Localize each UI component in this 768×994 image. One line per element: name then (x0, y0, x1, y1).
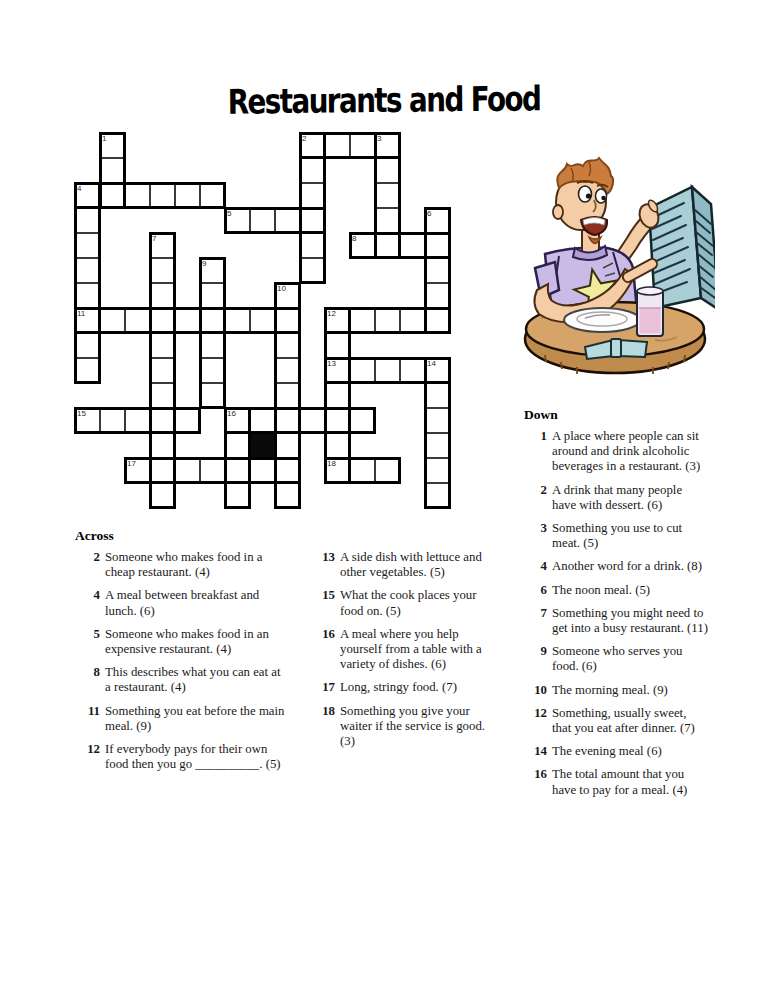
clue-number: 2 (522, 483, 552, 513)
cell-r7c7[interactable] (250, 308, 275, 333)
cell-r6c8[interactable] (275, 283, 300, 308)
cell-r9c14[interactable] (425, 358, 450, 383)
cell-r9c12[interactable] (375, 358, 400, 383)
clue-number: 12 (75, 742, 105, 772)
cell-r10c14[interactable] (425, 383, 450, 408)
cell-r12c10[interactable] (325, 433, 350, 458)
across-clue-2: 2Someone who makes food in acheap restau… (75, 550, 311, 580)
clue-text: A drink that many peoplehave with desser… (552, 483, 682, 513)
cell-r3c0[interactable] (75, 208, 100, 233)
clue-text: Something you give yourwaiter if the ser… (340, 704, 485, 750)
cell-r8c8[interactable] (275, 333, 300, 358)
cell-r14c3[interactable] (150, 483, 175, 508)
cell-r6c0[interactable] (75, 283, 100, 308)
clue-text: The total amount that youhave to pay for… (552, 767, 687, 797)
cell-r7c10[interactable] (325, 308, 350, 333)
clue-number: 10 (522, 683, 552, 698)
cell-r14c6[interactable] (225, 483, 250, 508)
cell-r7c14[interactable] (425, 308, 450, 333)
down-clue-9: 9Someone who serves youfood. (6) (522, 644, 736, 674)
clue-text: A meal where you helpyourself from a tab… (340, 627, 482, 673)
cell-r8c5[interactable] (200, 333, 225, 358)
clue-text: Someone who makes food in acheap restaur… (105, 550, 262, 580)
cell-r13c8[interactable] (275, 458, 300, 483)
cell-r12c3[interactable] (150, 433, 175, 458)
cell-r10c10[interactable] (325, 383, 350, 408)
clue-number: 15 (308, 588, 340, 618)
cell-r7c2[interactable] (125, 308, 150, 333)
cell-r10c3[interactable] (150, 383, 175, 408)
clue-number: 17 (308, 680, 340, 695)
clue-number: 13 (308, 550, 340, 580)
clue-number: 9 (522, 644, 552, 674)
cell-r11c10[interactable] (325, 408, 350, 433)
clue-text: Something you use to cutmeat. (5) (552, 521, 682, 551)
clue-text: This describes what you can eat ata rest… (105, 665, 281, 695)
cell-r6c3[interactable] (150, 283, 175, 308)
cell-r9c8[interactable] (275, 358, 300, 383)
across-clue-17: 17Long, stringy food. (7) (308, 680, 510, 695)
cell-r4c0[interactable] (75, 233, 100, 258)
cell-r5c5[interactable] (200, 258, 225, 283)
cell-r11c3[interactable] (150, 408, 175, 433)
cell-r10c5[interactable] (200, 383, 225, 408)
cell-r7c13[interactable] (400, 308, 425, 333)
cell-r11c6[interactable] (225, 408, 250, 433)
down-clue-16: 16The total amount that youhave to pay f… (522, 767, 736, 797)
cell-r0c11[interactable] (350, 133, 375, 158)
cell-r11c9[interactable] (300, 408, 325, 433)
cell-r2c2[interactable] (125, 183, 150, 208)
cell-r0c1[interactable] (100, 133, 125, 158)
cell-r7c0[interactable] (75, 308, 100, 333)
clue-text: Something you eat before the mainmeal. (… (105, 704, 284, 734)
across-clue-5: 5Someone who makes food in anexpensive r… (75, 627, 311, 657)
page-title: Restaurants and Food (228, 78, 541, 121)
across-clues-column-1: 2Someone who makes food in acheap restau… (75, 550, 311, 780)
cell-r4c3[interactable] (150, 233, 175, 258)
clue-number: 12 (522, 706, 552, 736)
cell-r11c0[interactable] (75, 408, 100, 433)
clue-text: Someone who makes food in anexpensive re… (105, 627, 269, 657)
cell-r8c0[interactable] (75, 333, 100, 358)
down-clue-6: 6The noon meal. (5) (522, 583, 736, 598)
diner-illustration (515, 150, 715, 378)
down-clue-14: 14The evening meal (6) (522, 744, 736, 759)
cell-r14c14[interactable] (425, 483, 450, 508)
cell-r11c2[interactable] (125, 408, 150, 433)
cell-r0c9[interactable] (300, 133, 325, 158)
across-clue-8: 8This describes what you can eat ata res… (75, 665, 311, 695)
cell-r9c13[interactable] (400, 358, 425, 383)
across-clue-16: 16A meal where you helpyourself from a t… (308, 627, 510, 673)
cell-r7c5[interactable] (200, 308, 225, 333)
cell-r12c14[interactable] (425, 433, 450, 458)
crossword-worksheet: Restaurants and Food 1234567891011121314… (0, 0, 768, 994)
cell-r7c1[interactable] (100, 308, 125, 333)
clue-text: If everybody pays for their ownfood then… (105, 742, 281, 772)
across-clue-15: 15What the cook places yourfood on. (5) (308, 588, 510, 618)
cell-r13c12[interactable] (375, 458, 400, 483)
cell-r3c14[interactable] (425, 208, 450, 233)
cell-r6c5[interactable] (200, 283, 225, 308)
cell-r8c3[interactable] (150, 333, 175, 358)
cell-r11c7[interactable] (250, 408, 275, 433)
cell-r3c8[interactable] (275, 208, 300, 233)
down-clue-12: 12Something, usually sweet,that you eat … (522, 706, 736, 736)
clue-text: The evening meal (6) (552, 744, 662, 759)
cell-r4c12[interactable] (375, 233, 400, 258)
crossword-board: 123456789101112131415161718 (75, 133, 450, 508)
cell-r3c12[interactable] (375, 208, 400, 233)
clue-text: Another word for a drink. (8) (552, 559, 702, 574)
cell-r4c13[interactable] (400, 233, 425, 258)
cell-r4c9[interactable] (300, 233, 325, 258)
clue-number: 3 (522, 521, 552, 551)
cell-r7c4[interactable] (175, 308, 200, 333)
cell-r13c7[interactable] (250, 458, 275, 483)
cell-r11c11[interactable] (350, 408, 375, 433)
clue-text: A place where people can sitaround and d… (552, 429, 700, 475)
cell-r13c4[interactable] (175, 458, 200, 483)
clue-number: 4 (522, 559, 552, 574)
clue-number: 16 (308, 627, 340, 673)
clue-text: Long, stringy food. (7) (340, 680, 457, 695)
cell-r2c12[interactable] (375, 183, 400, 208)
down-header: Down (524, 407, 558, 423)
cell-r5c0[interactable] (75, 258, 100, 283)
clue-number: 18 (308, 704, 340, 750)
cell-r6c14[interactable] (425, 283, 450, 308)
cell-r2c5[interactable] (200, 183, 225, 208)
cell-r10c8[interactable] (275, 383, 300, 408)
cell-r5c14[interactable] (425, 258, 450, 283)
cell-r7c8[interactable] (275, 308, 300, 333)
clue-number: 14 (522, 744, 552, 759)
cell-r7c12[interactable] (375, 308, 400, 333)
cell-r11c4[interactable] (175, 408, 200, 433)
across-clues-column-2: 13A side dish with lettuce andother vege… (308, 550, 510, 757)
cell-r13c2[interactable] (125, 458, 150, 483)
down-clue-7: 7Something you might need toget into a b… (522, 606, 736, 636)
clue-number: 2 (75, 550, 105, 580)
cell-r2c4[interactable] (175, 183, 200, 208)
cell-r2c1[interactable] (100, 183, 125, 208)
clue-number: 1 (522, 429, 552, 475)
down-clue-10: 10The morning meal. (9) (522, 683, 736, 698)
cell-r3c6[interactable] (225, 208, 250, 233)
cell-r9c0[interactable] (75, 358, 100, 383)
clue-text: Something, usually sweet,that you eat af… (552, 706, 695, 736)
cell-r2c9[interactable] (300, 183, 325, 208)
cell-r1c1[interactable] (100, 158, 125, 183)
down-clues-column: 1A place where people can sitaround and … (522, 429, 736, 806)
cell-r4c14[interactable] (425, 233, 450, 258)
cell-r7c6[interactable] (225, 308, 250, 333)
cell-r9c10[interactable] (325, 358, 350, 383)
clue-number: 5 (75, 627, 105, 657)
down-clue-3: 3Something you use to cutmeat. (5) (522, 521, 736, 551)
cell-r11c14[interactable] (425, 408, 450, 433)
across-clue-11: 11Something you eat before the mainmeal.… (75, 704, 311, 734)
clue-text: The noon meal. (5) (552, 583, 650, 598)
clue-text: Something you might need toget into a bu… (552, 606, 708, 636)
cell-r13c14[interactable] (425, 458, 450, 483)
drink-glass (637, 287, 663, 336)
diner-eye-right (596, 189, 607, 203)
clue-text: The morning meal. (9) (552, 683, 668, 698)
across-clue-13: 13A side dish with lettuce andother vege… (308, 550, 510, 580)
cell-r7c11[interactable] (350, 308, 375, 333)
cell-r9c5[interactable] (200, 358, 225, 383)
cell-r13c6[interactable] (225, 458, 250, 483)
clue-text: Someone who serves youfood. (6) (552, 644, 682, 674)
cell-r5c9[interactable] (300, 258, 325, 283)
black-cell-r12c7 (250, 433, 275, 458)
cell-r13c10[interactable] (325, 458, 350, 483)
cell-r8c10[interactable] (325, 333, 350, 358)
cell-r12c8[interactable] (275, 433, 300, 458)
cell-r5c3[interactable] (150, 258, 175, 283)
diner-ear (553, 205, 563, 219)
clue-number: 6 (522, 583, 552, 598)
across-clue-12: 12If everybody pays for their ownfood th… (75, 742, 311, 772)
cell-r14c8[interactable] (275, 483, 300, 508)
clue-number: 8 (75, 665, 105, 695)
across-clue-18: 18Something you give yourwaiter if the s… (308, 704, 510, 750)
clue-text: A meal between breakfast andlunch. (6) (105, 588, 259, 618)
cell-r1c9[interactable] (300, 158, 325, 183)
across-header: Across (75, 528, 114, 544)
cell-r3c9[interactable] (300, 208, 325, 233)
cell-r3c7[interactable] (250, 208, 275, 233)
cell-r2c3[interactable] (150, 183, 175, 208)
cell-r11c1[interactable] (100, 408, 125, 433)
cell-r0c10[interactable] (325, 133, 350, 158)
cell-r13c3[interactable] (150, 458, 175, 483)
cell-r11c8[interactable] (275, 408, 300, 433)
cell-r4c11[interactable] (350, 233, 375, 258)
down-clue-4: 4Another word for a drink. (8) (522, 559, 736, 574)
cell-r1c12[interactable] (375, 158, 400, 183)
cell-r9c11[interactable] (350, 358, 375, 383)
down-clue-1: 1A place where people can sitaround and … (522, 429, 736, 475)
cell-r13c11[interactable] (350, 458, 375, 483)
cell-r13c5[interactable] (200, 458, 225, 483)
across-clue-4: 4A meal between breakfast andlunch. (6) (75, 588, 311, 618)
cell-r9c3[interactable] (150, 358, 175, 383)
cell-r0c12[interactable] (375, 133, 400, 158)
down-clue-2: 2A drink that many peoplehave with desse… (522, 483, 736, 513)
clue-number: 11 (75, 704, 105, 734)
cell-r2c0[interactable] (75, 183, 100, 208)
clue-text: What the cook places yourfood on. (5) (340, 588, 476, 618)
cell-r12c6[interactable] (225, 433, 250, 458)
clue-number: 7 (522, 606, 552, 636)
clue-number: 4 (75, 588, 105, 618)
cell-r7c3[interactable] (150, 308, 175, 333)
clue-number: 16 (522, 767, 552, 797)
clue-text: A side dish with lettuce andother vegeta… (340, 550, 482, 580)
